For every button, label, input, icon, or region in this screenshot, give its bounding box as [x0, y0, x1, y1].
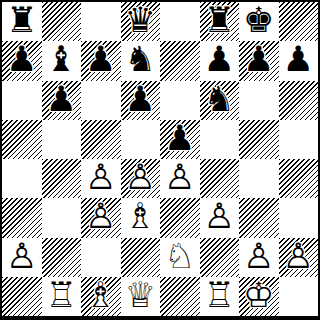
black-queen-icon: ♛	[121, 2, 161, 41]
black-knight-icon: ♞	[200, 81, 240, 120]
white-pawn-icon: ♙	[200, 198, 240, 237]
square-d3[interactable]: ♝♗	[121, 198, 161, 237]
white-pawn-icon: ♙	[2, 238, 42, 277]
black-pawn-icon: ♟	[121, 81, 161, 120]
white-rook-icon: ♖	[200, 277, 240, 316]
square-e1[interactable]	[160, 277, 200, 316]
square-c7[interactable]: ♟	[81, 41, 121, 80]
white-pawn-d4[interactable]: ♟♙	[121, 159, 161, 198]
black-queen-d8[interactable]: ♛	[121, 2, 161, 41]
square-a7[interactable]: ♟	[2, 41, 42, 80]
white-knight-e2[interactable]: ♞♘	[160, 238, 200, 277]
white-pawn-h2[interactable]: ♟♙	[279, 238, 319, 277]
white-pawn-icon: ♙	[81, 159, 121, 198]
white-bishop-icon: ♗	[81, 277, 121, 316]
square-h5[interactable]	[279, 120, 319, 159]
square-f8[interactable]: ♜	[200, 2, 240, 41]
square-h6[interactable]	[279, 81, 319, 120]
square-d8[interactable]: ♛	[121, 2, 161, 41]
square-f7[interactable]: ♟	[200, 41, 240, 80]
square-f5[interactable]	[200, 120, 240, 159]
black-pawn-icon: ♟	[160, 120, 200, 159]
square-h1[interactable]	[279, 277, 319, 316]
black-rook-icon: ♜	[2, 2, 42, 41]
square-b4[interactable]	[42, 159, 82, 198]
black-pawn-icon: ♟	[279, 41, 319, 80]
white-pawn-f3[interactable]: ♟♙	[200, 198, 240, 237]
square-a4[interactable]	[2, 159, 42, 198]
square-f2[interactable]	[200, 238, 240, 277]
black-pawn-h7[interactable]: ♟	[279, 41, 319, 80]
square-h2[interactable]: ♟♙	[279, 238, 319, 277]
square-c5[interactable]	[81, 120, 121, 159]
black-knight-icon: ♞	[121, 41, 161, 80]
white-pawn-icon: ♙	[279, 238, 319, 277]
square-g5[interactable]	[239, 120, 279, 159]
black-pawn-d6[interactable]: ♟	[121, 81, 161, 120]
black-pawn-e5[interactable]: ♟	[160, 120, 200, 159]
white-queen-icon: ♕	[121, 277, 161, 316]
black-pawn-icon: ♟	[42, 81, 82, 120]
black-knight-f6[interactable]: ♞	[200, 81, 240, 120]
black-pawn-g7[interactable]: ♟	[239, 41, 279, 80]
white-bishop-c1[interactable]: ♝♗	[81, 277, 121, 316]
square-e2[interactable]: ♞♘	[160, 238, 200, 277]
black-pawn-c7[interactable]: ♟	[81, 41, 121, 80]
square-d1[interactable]: ♛♕	[121, 277, 161, 316]
white-pawn-a2[interactable]: ♟♙	[2, 238, 42, 277]
white-king-icon: ♔	[239, 277, 279, 316]
white-knight-icon: ♘	[160, 238, 200, 277]
white-pawn-g2[interactable]: ♟♙	[239, 238, 279, 277]
black-pawn-icon: ♟	[81, 41, 121, 80]
square-e4[interactable]: ♟♙	[160, 159, 200, 198]
white-pawn-icon: ♙	[121, 159, 161, 198]
square-c2[interactable]	[81, 238, 121, 277]
white-bishop-icon: ♗	[121, 198, 161, 237]
black-rook-a8[interactable]: ♜	[2, 2, 42, 41]
square-d7[interactable]: ♞	[121, 41, 161, 80]
square-a6[interactable]	[2, 81, 42, 120]
square-b8[interactable]	[42, 2, 82, 41]
square-e6[interactable]	[160, 81, 200, 120]
square-e3[interactable]	[160, 198, 200, 237]
square-d5[interactable]	[121, 120, 161, 159]
black-knight-d7[interactable]: ♞	[121, 41, 161, 80]
square-h7[interactable]: ♟	[279, 41, 319, 80]
black-king-icon: ♚	[239, 2, 279, 41]
square-b7[interactable]: ♝	[42, 41, 82, 80]
square-a2[interactable]: ♟♙	[2, 238, 42, 277]
square-a8[interactable]: ♜	[2, 2, 42, 41]
black-pawn-b6[interactable]: ♟	[42, 81, 82, 120]
white-bishop-d3[interactable]: ♝♗	[121, 198, 161, 237]
white-pawn-icon: ♙	[160, 159, 200, 198]
square-g3[interactable]	[239, 198, 279, 237]
square-c8[interactable]	[81, 2, 121, 41]
square-e5[interactable]: ♟	[160, 120, 200, 159]
black-pawn-a7[interactable]: ♟	[2, 41, 42, 80]
square-f1[interactable]: ♜♖	[200, 277, 240, 316]
square-b2[interactable]	[42, 238, 82, 277]
black-bishop-b7[interactable]: ♝	[42, 41, 82, 80]
square-f4[interactable]	[200, 159, 240, 198]
square-e8[interactable]	[160, 2, 200, 41]
black-pawn-icon: ♟	[2, 41, 42, 80]
white-pawn-icon: ♙	[239, 238, 279, 277]
square-d6[interactable]: ♟	[121, 81, 161, 120]
square-h8[interactable]	[279, 2, 319, 41]
square-g1[interactable]: ♚♔	[239, 277, 279, 316]
white-pawn-c4[interactable]: ♟♙	[81, 159, 121, 198]
black-rook-f8[interactable]: ♜	[200, 2, 240, 41]
square-f3[interactable]: ♟♙	[200, 198, 240, 237]
white-king-g1[interactable]: ♚♔	[239, 277, 279, 316]
square-d2[interactable]	[121, 238, 161, 277]
black-king-g8[interactable]: ♚	[239, 2, 279, 41]
square-g2[interactable]: ♟♙	[239, 238, 279, 277]
square-e7[interactable]	[160, 41, 200, 80]
white-rook-b1[interactable]: ♜♖	[42, 277, 82, 316]
square-a3[interactable]	[2, 198, 42, 237]
square-b1[interactable]: ♜♖	[42, 277, 82, 316]
chess-board: ♜♛♜♚♟♝♟♞♟♟♟♟♟♞♟♟♙♟♙♟♙♟♙♝♗♟♙♟♙♞♘♟♙♟♙♜♖♝♗♛…	[0, 0, 320, 320]
white-pawn-icon: ♙	[81, 198, 121, 237]
square-g6[interactable]	[239, 81, 279, 120]
white-rook-f1[interactable]: ♜♖	[200, 277, 240, 316]
square-a5[interactable]	[2, 120, 42, 159]
square-c6[interactable]	[81, 81, 121, 120]
black-pawn-icon: ♟	[239, 41, 279, 80]
white-rook-icon: ♖	[42, 277, 82, 316]
white-pawn-c3[interactable]: ♟♙	[81, 198, 121, 237]
square-c4[interactable]: ♟♙	[81, 159, 121, 198]
black-bishop-icon: ♝	[42, 41, 82, 80]
square-b6[interactable]: ♟	[42, 81, 82, 120]
square-h3[interactable]	[279, 198, 319, 237]
black-pawn-icon: ♟	[200, 41, 240, 80]
square-c1[interactable]: ♝♗	[81, 277, 121, 316]
square-f6[interactable]: ♞	[200, 81, 240, 120]
square-g7[interactable]: ♟	[239, 41, 279, 80]
square-g8[interactable]: ♚	[239, 2, 279, 41]
square-b3[interactable]	[42, 198, 82, 237]
white-queen-d1[interactable]: ♛♕	[121, 277, 161, 316]
square-g4[interactable]	[239, 159, 279, 198]
square-c3[interactable]: ♟♙	[81, 198, 121, 237]
square-a1[interactable]	[2, 277, 42, 316]
black-rook-icon: ♜	[200, 2, 240, 41]
square-b5[interactable]	[42, 120, 82, 159]
white-pawn-e4[interactable]: ♟♙	[160, 159, 200, 198]
square-h4[interactable]	[279, 159, 319, 198]
square-d4[interactable]: ♟♙	[121, 159, 161, 198]
black-pawn-f7[interactable]: ♟	[200, 41, 240, 80]
